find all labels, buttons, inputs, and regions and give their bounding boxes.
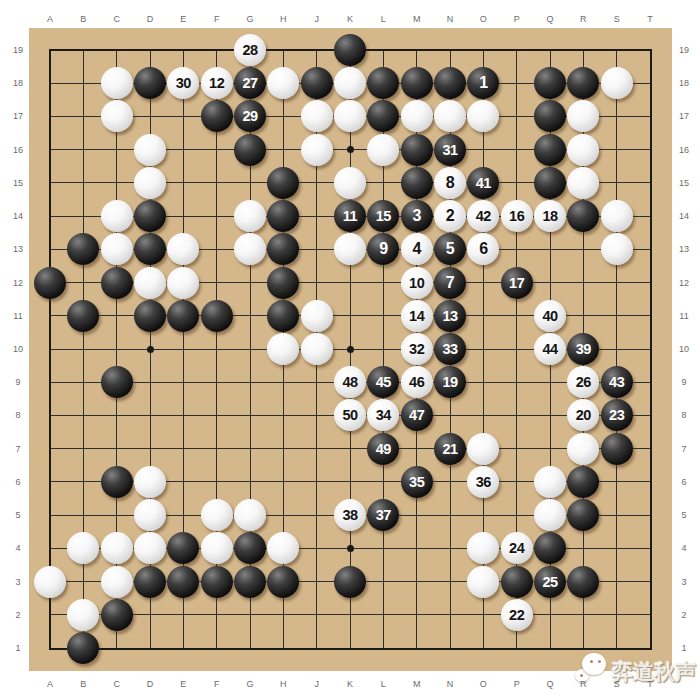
move-number: 47 [409,407,424,423]
coord-label-left: 9 [9,376,27,388]
coord-label-right: 4 [675,542,693,554]
move-number: 25 [542,574,557,590]
star-point [347,146,354,153]
stone-black-h11 [267,300,299,332]
stone-white-m17 [401,100,433,132]
move-number: 4 [412,240,420,258]
move-number: 36 [476,474,491,490]
move-number: 23 [609,407,624,423]
stone-white-d6 [134,466,166,498]
move-number: 41 [476,175,491,191]
coord-label-left: 17 [9,110,27,122]
move-number: 30 [176,75,191,91]
coord-label-top: P [508,13,526,25]
move-number: 27 [242,75,257,91]
move-number: 5 [446,240,454,258]
stone-white-q10: 44 [534,333,566,365]
coord-label-bottom: T [641,678,659,690]
move-number: 13 [442,308,457,324]
coord-label-left: 8 [9,409,27,421]
stone-white-g14 [234,200,266,232]
stone-white-k18 [334,67,366,99]
coord-label-right: 12 [675,277,693,289]
move-number: 50 [342,407,357,423]
go-board-diagram: 弈道秋声 AABBCCDDEEFFGGHHJJKKLLMMNNOOPPQQRRS… [0,0,700,700]
stone-white-q5 [534,499,566,531]
coord-label-left: 18 [9,77,27,89]
stone-white-g5 [234,499,266,531]
stone-black-m16 [401,134,433,166]
move-number: 8 [446,174,454,192]
stone-black-e3 [167,566,199,598]
stone-black-n18 [434,67,466,99]
coord-label-bottom: O [474,678,492,690]
coord-label-right: 15 [675,177,693,189]
move-number: 12 [209,75,224,91]
coord-label-top: H [274,13,292,25]
coord-label-right: 3 [675,576,693,588]
stone-black-m15 [401,167,433,199]
coord-label-top: B [74,13,92,25]
stone-white-o7 [467,433,499,465]
stone-white-a3 [34,566,66,598]
move-number: 21 [442,441,457,457]
coord-label-top: O [474,13,492,25]
move-number: 34 [376,407,391,423]
stone-black-k19 [334,34,366,66]
move-number: 15 [376,208,391,224]
move-number: 40 [542,308,557,324]
stone-black-m14: 3 [401,200,433,232]
stone-black-b11 [67,300,99,332]
stone-white-d5 [134,499,166,531]
coord-label-top: T [641,13,659,25]
stone-white-c3 [101,566,133,598]
stone-white-c14 [101,200,133,232]
stone-black-c9 [101,366,133,398]
stone-white-f4 [201,532,233,564]
stone-black-c6 [101,466,133,498]
coord-label-top: G [241,13,259,25]
coord-label-left: 19 [9,44,27,56]
coord-label-bottom: H [274,678,292,690]
coord-label-right: 2 [675,609,693,621]
move-number: 6 [479,240,487,258]
stone-white-s14 [601,200,633,232]
coord-label-left: 14 [9,210,27,222]
stone-black-l7: 49 [367,433,399,465]
move-number: 44 [542,341,557,357]
stone-white-d12 [134,267,166,299]
move-number: 29 [242,108,257,124]
stone-white-o3 [467,566,499,598]
stone-white-o6: 36 [467,466,499,498]
wechat-icon-eye [598,660,601,663]
stone-black-n12: 7 [434,267,466,299]
stone-white-r7 [567,433,599,465]
coord-label-right: 1 [675,642,693,654]
coord-label-left: 7 [9,443,27,455]
stone-black-j18 [301,67,333,99]
coord-label-top: Q [541,13,559,25]
coord-label-left: 3 [9,576,27,588]
stone-black-d3 [134,566,166,598]
stone-white-p14: 16 [501,200,533,232]
stone-white-m10: 32 [401,333,433,365]
coord-label-bottom: N [441,678,459,690]
stone-white-c13 [101,233,133,265]
stone-white-e12 [167,267,199,299]
stone-black-n11: 13 [434,300,466,332]
stone-white-q6 [534,466,566,498]
move-number: 7 [446,274,454,292]
coord-label-bottom: G [241,678,259,690]
move-number: 38 [342,507,357,523]
stone-white-m9: 46 [401,366,433,398]
move-number: 49 [376,441,391,457]
coord-label-right: 10 [675,343,693,355]
stone-black-c12 [101,267,133,299]
stone-white-m13: 4 [401,233,433,265]
move-number: 3 [412,207,420,225]
coord-label-left: 6 [9,476,27,488]
move-number: 9 [379,240,387,258]
coord-label-bottom: M [408,678,426,690]
stone-black-d18 [134,67,166,99]
stone-black-n7: 21 [434,433,466,465]
stone-black-n9: 19 [434,366,466,398]
stone-white-j16 [301,134,333,166]
stone-white-k9: 48 [334,366,366,398]
coord-label-left: 13 [9,243,27,255]
stone-black-c2 [101,599,133,631]
stone-white-k15 [334,167,366,199]
coord-label-bottom: K [341,678,359,690]
coord-label-bottom: E [174,678,192,690]
coord-label-left: 2 [9,609,27,621]
coord-label-top: N [441,13,459,25]
coord-label-left: 15 [9,177,27,189]
coord-label-top: F [208,13,226,25]
move-number: 11 [343,208,357,224]
stone-black-h15 [267,167,299,199]
coord-label-bottom: B [74,678,92,690]
move-number: 14 [409,308,424,324]
coord-label-right: 13 [675,243,693,255]
stone-black-o15: 41 [467,167,499,199]
coord-label-top: M [408,13,426,25]
stone-white-d15 [134,167,166,199]
stone-white-m12: 10 [401,267,433,299]
stone-black-q15 [534,167,566,199]
coord-label-top: D [141,13,159,25]
stone-white-f5 [201,499,233,531]
stone-black-f3 [201,566,233,598]
move-number: 18 [542,208,557,224]
stone-black-e11 [167,300,199,332]
stone-white-f18: 12 [201,67,233,99]
coord-label-bottom: D [141,678,159,690]
stone-black-m6: 35 [401,466,433,498]
stone-black-n10: 33 [434,333,466,365]
coord-label-top: R [574,13,592,25]
coord-label-right: 16 [675,144,693,156]
stone-black-g3 [234,566,266,598]
stone-white-j17 [301,100,333,132]
wechat-icon-eye [590,660,593,663]
stone-black-q3: 25 [534,566,566,598]
move-number: 35 [409,474,424,490]
coord-label-bottom: C [108,678,126,690]
move-number: 19 [442,374,457,390]
coord-label-right: 14 [675,210,693,222]
stone-black-m18 [401,67,433,99]
stone-white-c17 [101,100,133,132]
stone-white-g19: 28 [234,34,266,66]
coord-label-bottom: S [608,678,626,690]
stone-white-s18 [601,67,633,99]
stone-white-j11 [301,300,333,332]
move-number: 10 [409,275,424,291]
stone-black-d14 [134,200,166,232]
stone-black-g16 [234,134,266,166]
coord-label-right: 11 [675,310,693,322]
stone-black-p12: 17 [501,267,533,299]
move-number: 20 [576,407,591,423]
move-number: 33 [442,341,457,357]
move-number: 16 [509,208,524,224]
move-number: 46 [409,374,424,390]
wechat-icon-eye [580,674,583,677]
move-number: 17 [509,275,524,291]
move-number: 22 [509,607,524,623]
stone-white-c18 [101,67,133,99]
stone-black-q16 [534,134,566,166]
coord-label-top: S [608,13,626,25]
stone-black-s8: 23 [601,399,633,431]
star-point [347,346,354,353]
coord-label-right: 17 [675,110,693,122]
coord-label-right: 19 [675,44,693,56]
wechat-icon-big-bubble [582,653,606,675]
coord-label-bottom: A [41,678,59,690]
stone-white-b2 [67,599,99,631]
coord-label-bottom: J [308,678,326,690]
move-number: 39 [576,341,591,357]
coord-label-left: 4 [9,542,27,554]
coord-label-top: K [341,13,359,25]
coord-label-bottom: P [508,678,526,690]
stone-black-h3 [267,566,299,598]
stone-white-l16 [367,134,399,166]
stone-black-f11 [201,300,233,332]
stone-black-r3 [567,566,599,598]
stone-black-k3 [334,566,366,598]
stone-white-s13 [601,233,633,265]
coord-label-left: 12 [9,277,27,289]
coord-label-left: 1 [9,642,27,654]
move-number: 37 [376,507,391,523]
coord-label-bottom: L [374,678,392,690]
coord-label-right: 8 [675,409,693,421]
coord-label-top: C [108,13,126,25]
stone-black-g18: 27 [234,67,266,99]
coord-label-left: 5 [9,509,27,521]
stone-black-s7 [601,433,633,465]
stone-black-d11 [134,300,166,332]
stone-black-f17 [201,100,233,132]
stone-black-a12 [34,267,66,299]
star-point [347,545,354,552]
stone-black-r6 [567,466,599,498]
stone-black-s9: 43 [601,366,633,398]
stone-black-n16: 31 [434,134,466,166]
coord-label-top: J [308,13,326,25]
move-number: 32 [409,341,424,357]
stone-black-h12 [267,267,299,299]
move-number: 48 [342,374,357,390]
coord-label-right: 9 [675,376,693,388]
stone-white-c4 [101,532,133,564]
move-number: 43 [609,374,624,390]
stone-white-j10 [301,333,333,365]
stone-black-q18 [534,67,566,99]
move-number: 26 [576,374,591,390]
coord-label-top: L [374,13,392,25]
move-number: 45 [376,374,391,390]
stone-white-m11: 14 [401,300,433,332]
stone-white-q14: 18 [534,200,566,232]
move-number: 1 [479,74,487,92]
stone-white-k5: 38 [334,499,366,531]
coord-label-top: A [41,13,59,25]
coord-label-bottom: Q [541,678,559,690]
coord-label-right: 5 [675,509,693,521]
stone-white-p2: 22 [501,599,533,631]
stone-black-k14: 11 [334,200,366,232]
coord-label-right: 18 [675,77,693,89]
stone-black-m8: 47 [401,399,433,431]
stone-black-p3 [501,566,533,598]
coord-label-bottom: F [208,678,226,690]
coord-label-right: 6 [675,476,693,488]
move-number: 2 [446,207,454,225]
move-number: 24 [509,540,524,556]
coord-label-left: 16 [9,144,27,156]
star-point [147,346,154,353]
stone-white-q11: 40 [534,300,566,332]
move-number: 42 [476,208,491,224]
stone-white-p4: 24 [501,532,533,564]
stone-white-n14: 2 [434,200,466,232]
move-number: 31 [442,142,457,158]
coord-label-left: 11 [9,310,27,322]
stone-white-r15 [567,167,599,199]
stone-white-n15: 8 [434,167,466,199]
coord-label-right: 7 [675,443,693,455]
stone-white-d16 [134,134,166,166]
coord-label-top: E [174,13,192,25]
coord-label-left: 10 [9,343,27,355]
move-number: 28 [242,42,257,58]
coord-label-bottom: R [574,678,592,690]
stone-white-r16 [567,134,599,166]
